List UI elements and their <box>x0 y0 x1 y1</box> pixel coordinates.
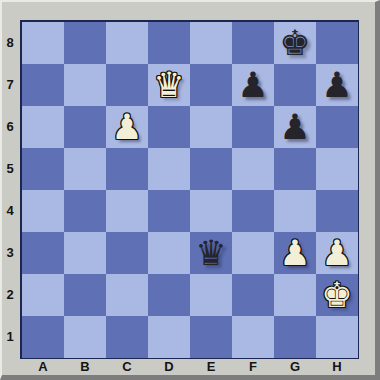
white-king[interactable]: ♚ <box>321 274 352 316</box>
file-label-h: H <box>316 359 358 375</box>
square-c3[interactable] <box>106 232 148 274</box>
square-c7[interactable] <box>106 64 148 106</box>
square-b1[interactable] <box>64 316 106 358</box>
square-f8[interactable] <box>232 22 274 64</box>
square-h7[interactable]: ♟ <box>316 64 358 106</box>
square-f5[interactable] <box>232 148 274 190</box>
square-f2[interactable] <box>232 274 274 316</box>
square-e8[interactable] <box>190 22 232 64</box>
white-pawn[interactable]: ♟ <box>111 106 142 148</box>
square-b3[interactable] <box>64 232 106 274</box>
square-d4[interactable] <box>148 190 190 232</box>
square-a7[interactable] <box>22 64 64 106</box>
square-h4[interactable] <box>316 190 358 232</box>
square-h8[interactable] <box>316 22 358 64</box>
square-g3[interactable]: ♟ <box>274 232 316 274</box>
file-label-f: F <box>232 359 274 375</box>
square-f7[interactable]: ♟ <box>232 64 274 106</box>
file-label-c: C <box>106 359 148 375</box>
square-c4[interactable] <box>106 190 148 232</box>
square-c5[interactable] <box>106 148 148 190</box>
square-f6[interactable] <box>232 106 274 148</box>
square-h1[interactable] <box>316 316 358 358</box>
square-h2[interactable]: ♚ <box>316 274 358 316</box>
square-h5[interactable] <box>316 148 358 190</box>
square-a8[interactable] <box>22 22 64 64</box>
square-f4[interactable] <box>232 190 274 232</box>
square-e4[interactable] <box>190 190 232 232</box>
square-g6[interactable]: ♟ <box>274 106 316 148</box>
square-h6[interactable] <box>316 106 358 148</box>
square-g1[interactable] <box>274 316 316 358</box>
square-b4[interactable] <box>64 190 106 232</box>
square-d3[interactable] <box>148 232 190 274</box>
square-d6[interactable] <box>148 106 190 148</box>
square-d7[interactable]: ♛ <box>148 64 190 106</box>
white-pawn[interactable]: ♟ <box>279 232 310 274</box>
white-queen[interactable]: ♛ <box>153 64 184 106</box>
square-d8[interactable] <box>148 22 190 64</box>
rank-label-5: 5 <box>0 148 20 190</box>
square-e3[interactable]: ♛ <box>190 232 232 274</box>
file-label-a: A <box>22 359 64 375</box>
black-pawn[interactable]: ♟ <box>237 64 268 106</box>
white-pawn[interactable]: ♟ <box>321 232 352 274</box>
rank-label-6: 6 <box>0 106 20 148</box>
square-b5[interactable] <box>64 148 106 190</box>
square-g8[interactable]: ♚ <box>274 22 316 64</box>
square-b8[interactable] <box>64 22 106 64</box>
square-c1[interactable] <box>106 316 148 358</box>
square-e6[interactable] <box>190 106 232 148</box>
square-g7[interactable] <box>274 64 316 106</box>
square-g5[interactable] <box>274 148 316 190</box>
file-label-d: D <box>148 359 190 375</box>
square-c8[interactable] <box>106 22 148 64</box>
square-d5[interactable] <box>148 148 190 190</box>
square-b7[interactable] <box>64 64 106 106</box>
square-c6[interactable]: ♟ <box>106 106 148 148</box>
square-b6[interactable] <box>64 106 106 148</box>
file-label-e: E <box>190 359 232 375</box>
rank-label-7: 7 <box>0 64 20 106</box>
square-a6[interactable] <box>22 106 64 148</box>
square-h3[interactable]: ♟ <box>316 232 358 274</box>
square-a1[interactable] <box>22 316 64 358</box>
square-e2[interactable] <box>190 274 232 316</box>
square-c2[interactable] <box>106 274 148 316</box>
square-e1[interactable] <box>190 316 232 358</box>
square-f1[interactable] <box>232 316 274 358</box>
square-g2[interactable] <box>274 274 316 316</box>
file-label-g: G <box>274 359 316 375</box>
file-label-b: B <box>64 359 106 375</box>
square-e5[interactable] <box>190 148 232 190</box>
black-king[interactable]: ♚ <box>279 22 310 64</box>
square-e7[interactable] <box>190 64 232 106</box>
square-d2[interactable] <box>148 274 190 316</box>
square-a3[interactable] <box>22 232 64 274</box>
square-d1[interactable] <box>148 316 190 358</box>
rank-label-3: 3 <box>0 232 20 274</box>
chess-board: ♚♛♟♟♟♟♛♟♟♚ <box>20 20 359 359</box>
rank-label-1: 1 <box>0 316 20 358</box>
rank-label-4: 4 <box>0 190 20 232</box>
black-pawn[interactable]: ♟ <box>321 64 352 106</box>
rank-label-2: 2 <box>0 274 20 316</box>
square-a5[interactable] <box>22 148 64 190</box>
square-b2[interactable] <box>64 274 106 316</box>
square-a2[interactable] <box>22 274 64 316</box>
rank-label-8: 8 <box>0 22 20 64</box>
square-f3[interactable] <box>232 232 274 274</box>
square-a4[interactable] <box>22 190 64 232</box>
black-pawn[interactable]: ♟ <box>279 106 310 148</box>
square-g4[interactable] <box>274 190 316 232</box>
black-queen[interactable]: ♛ <box>195 232 226 274</box>
